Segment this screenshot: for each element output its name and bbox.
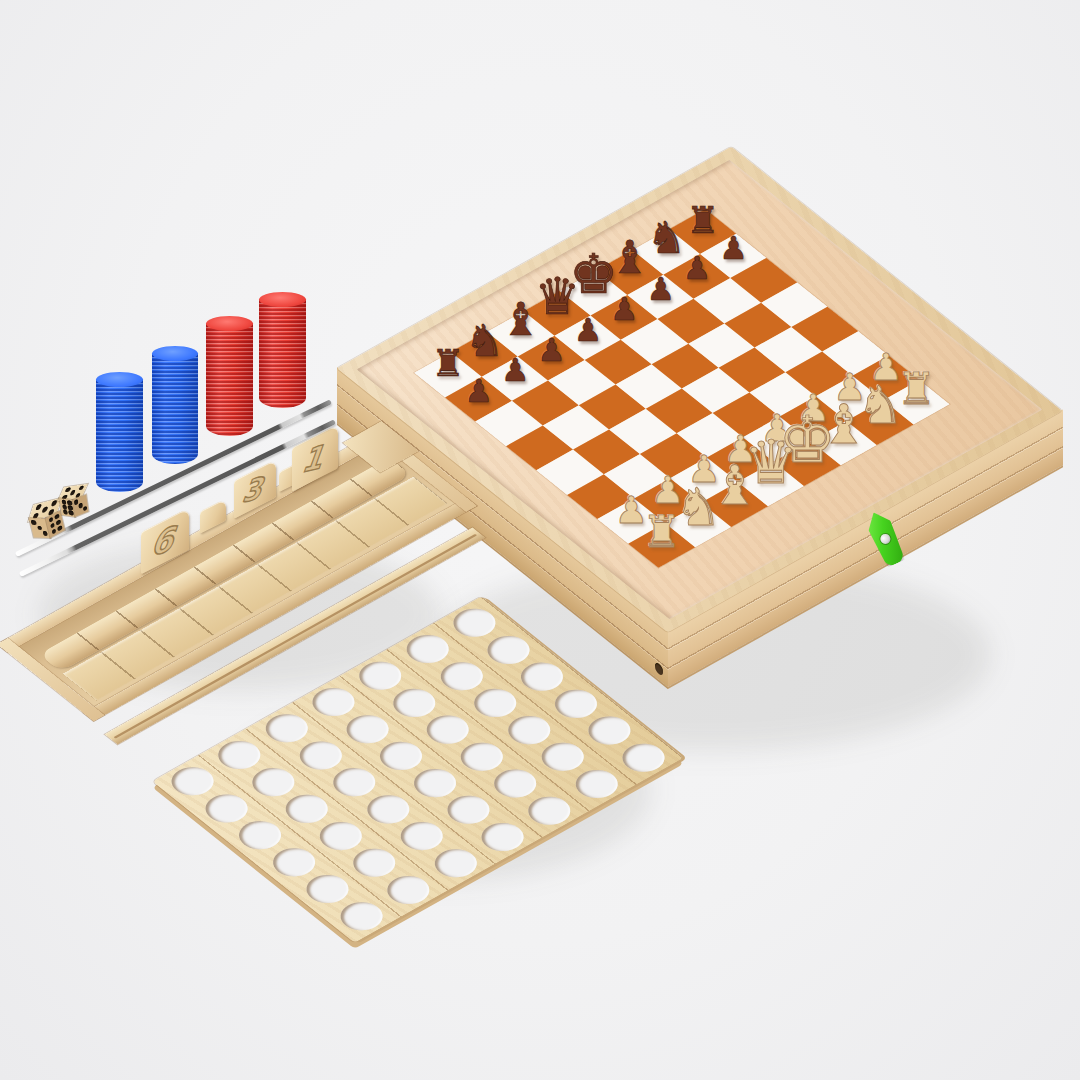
die-pip <box>63 509 68 514</box>
connect-four-hole-3-5 <box>392 817 451 857</box>
latch-screw-icon <box>879 532 892 545</box>
die-pip <box>62 504 67 509</box>
piece-dark-pawn-g7: ♟ <box>683 253 711 285</box>
piece-light-knight-b1: ♞ <box>675 481 722 533</box>
connect-four-hole-7-4 <box>546 684 605 724</box>
die-pip <box>57 525 62 532</box>
die-pip <box>68 505 73 510</box>
peg-hole <box>655 661 663 677</box>
die-pip <box>48 516 53 523</box>
piece-dark-pawn-f7: ♟ <box>646 274 674 306</box>
piece-light-rook-a1: ♜ <box>642 510 681 554</box>
connect-four-hole-2-5 <box>345 843 404 883</box>
die-pip <box>35 504 41 510</box>
connect-four-hole-5-5 <box>486 764 545 804</box>
connect-four-hole-7-2 <box>479 630 538 670</box>
connect-four-hole-1-4 <box>264 843 323 883</box>
connect-four-hole-7-1 <box>445 603 504 643</box>
connect-four-hole-3-1 <box>257 709 316 749</box>
connect-four-hole-5-4 <box>452 737 511 777</box>
die-pip <box>83 505 88 511</box>
die-pip <box>78 485 85 490</box>
piece-dark-bishop-c8: ♝ <box>500 297 541 343</box>
stack-body <box>96 379 143 492</box>
connect-four-hole-5-2 <box>385 683 444 723</box>
connect-four-hole-3-2 <box>291 736 350 776</box>
tile-1-label: 1 <box>298 436 332 480</box>
connect-four-hole-6-5 <box>533 737 592 777</box>
die-pip <box>31 520 37 525</box>
connect-four-hole-4-2 <box>338 709 397 749</box>
piece-dark-pawn-c7: ♟ <box>537 335 565 367</box>
stack-body <box>206 323 253 436</box>
connect-four-hole-1-3 <box>230 816 289 856</box>
connect-four-hole-6-3 <box>466 683 525 723</box>
connect-four-hole-4-1 <box>304 682 363 722</box>
connect-four-hole-6-2 <box>432 656 491 696</box>
stack-body <box>259 299 306 408</box>
piece-dark-knight-g8: ♞ <box>647 216 686 260</box>
stack-top-disc <box>152 346 198 361</box>
die-pip <box>67 500 72 505</box>
connect-four-hole-2-3 <box>277 789 336 829</box>
stack-top-disc <box>259 292 306 307</box>
piece-dark-pawn-a7: ♟ <box>465 376 493 408</box>
stack-body <box>152 353 198 464</box>
connect-four-hole-2-1 <box>210 735 269 775</box>
connect-four-hole-1-2 <box>197 789 256 829</box>
die-pip <box>54 513 59 520</box>
red-checkers-stack <box>259 292 306 408</box>
connect-four-hole-4-3 <box>372 736 431 776</box>
connect-four-hole-4-4 <box>405 763 464 803</box>
piece-dark-pawn-d7: ♟ <box>574 315 602 347</box>
piece-dark-pawn-h7: ♟ <box>719 233 747 265</box>
die-pip <box>42 531 48 536</box>
connect-four-hole-7-5 <box>580 711 639 751</box>
piece-dark-knight-b8: ♞ <box>465 319 504 363</box>
connect-four-hole-3-4 <box>358 790 417 830</box>
stack-top-disc <box>206 316 253 331</box>
connect-four-hole-2-2 <box>244 762 303 802</box>
connect-four-hole-2-4 <box>311 816 370 856</box>
die-pip <box>37 525 43 530</box>
blue-checkers-stack <box>152 346 198 464</box>
connect-four-hole-7-3 <box>513 657 572 697</box>
connect-four-hole-6-4 <box>499 710 558 750</box>
connect-four-hole-5-3 <box>419 710 478 750</box>
connect-four-hole-1-1 <box>163 762 222 802</box>
piece-dark-pawn-e7: ♟ <box>610 294 638 326</box>
die-pip <box>51 500 57 506</box>
connect-four-hole-3-3 <box>324 763 383 803</box>
piece-dark-rook-h8: ♜ <box>686 203 719 240</box>
die-pip <box>68 510 73 515</box>
piece-dark-rook-a8: ♜ <box>432 346 465 383</box>
red-checkers-stack <box>206 316 253 436</box>
die-pip <box>61 499 66 504</box>
piece-dark-pawn-b7: ♟ <box>501 355 529 387</box>
stack-top-disc <box>96 372 143 387</box>
die-pip <box>49 522 54 529</box>
connect-four-hole-1-5 <box>298 869 357 909</box>
product-photo-wooden-game-set: ♜♞♝♛♚♝♞♜♟♟♟♟♟♟♟♟♟♟♟♟♟♟♟♟♜♞♝♛♚♝♞♜ 6 3 1 <box>0 0 1080 1080</box>
die-pip <box>41 507 47 513</box>
blue-checkers-stack <box>96 372 143 492</box>
die-pip <box>55 519 60 526</box>
die-2 <box>58 484 91 518</box>
die-pip <box>51 528 56 535</box>
connect-four-hole-4-5 <box>439 790 498 830</box>
